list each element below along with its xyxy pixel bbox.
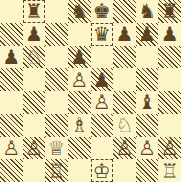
piece-white-knight[interactable]: ♘: [115, 115, 133, 135]
square-h7[interactable]: ♟: [158, 23, 181, 46]
square-e1[interactable]: ♔: [91, 159, 114, 182]
piece-white-pawn[interactable]: ♙: [2, 138, 20, 158]
square-g3[interactable]: [136, 114, 159, 137]
square-a1[interactable]: [0, 159, 23, 182]
square-f4[interactable]: [113, 91, 136, 114]
square-f1[interactable]: [113, 159, 136, 182]
piece-white-pawn[interactable]: ♙: [70, 70, 88, 90]
square-g2[interactable]: ♙: [136, 137, 159, 160]
piece-black-pawn[interactable]: ♟: [115, 24, 133, 44]
square-c1[interactable]: ♖: [45, 159, 68, 182]
square-e8[interactable]: ♚: [91, 0, 114, 23]
square-d1[interactable]: [68, 159, 91, 182]
piece-white-pawn[interactable]: ♙: [93, 92, 111, 112]
piece-white-king[interactable]: ♔: [93, 161, 111, 181]
piece-black-rook[interactable]: ♜: [161, 1, 179, 21]
piece-white-pawn[interactable]: ♙: [138, 138, 156, 158]
square-a7[interactable]: [0, 23, 23, 46]
square-a3[interactable]: [0, 114, 23, 137]
square-h4[interactable]: [158, 91, 181, 114]
square-e5[interactable]: ♟: [91, 68, 114, 91]
square-h5[interactable]: [158, 68, 181, 91]
piece-black-knight[interactable]: ♞: [70, 1, 88, 21]
square-h2[interactable]: ♙: [158, 137, 181, 160]
square-a5[interactable]: [0, 68, 23, 91]
piece-white-rook[interactable]: ♖: [161, 161, 179, 181]
square-d4[interactable]: [68, 91, 91, 114]
square-g6[interactable]: [136, 46, 159, 69]
square-d8[interactable]: ♞: [68, 0, 91, 23]
square-c5[interactable]: [45, 68, 68, 91]
square-b5[interactable]: [23, 68, 46, 91]
square-g1[interactable]: [136, 159, 159, 182]
square-d3[interactable]: ♗: [68, 114, 91, 137]
piece-black-rook[interactable]: ♜: [25, 1, 43, 21]
square-a6[interactable]: ♟: [0, 46, 23, 69]
square-b2[interactable]: ♙: [23, 137, 46, 160]
square-g7[interactable]: ♟: [136, 23, 159, 46]
square-b7[interactable]: ♟: [23, 23, 46, 46]
piece-white-bishop[interactable]: ♗: [70, 115, 88, 135]
square-g8[interactable]: ♞: [136, 0, 159, 23]
square-h8[interactable]: ♜: [158, 0, 181, 23]
square-e3[interactable]: [91, 114, 114, 137]
piece-white-pawn[interactable]: ♙: [25, 138, 43, 158]
square-b8[interactable]: ♜: [23, 0, 46, 23]
piece-black-king[interactable]: ♚: [93, 1, 111, 21]
piece-white-rook[interactable]: ♖: [48, 161, 66, 181]
square-c6[interactable]: [45, 46, 68, 69]
square-e2[interactable]: [91, 137, 114, 160]
square-f2[interactable]: ♙: [113, 137, 136, 160]
square-d6[interactable]: ♟: [68, 46, 91, 69]
square-h3[interactable]: [158, 114, 181, 137]
square-c4[interactable]: [45, 91, 68, 114]
square-h6[interactable]: [158, 46, 181, 69]
square-e4[interactable]: ♙: [91, 91, 114, 114]
square-g4[interactable]: ♝: [136, 91, 159, 114]
piece-black-pawn[interactable]: ♟: [93, 70, 111, 90]
square-c2[interactable]: ♕: [45, 137, 68, 160]
square-a8[interactable]: [0, 0, 23, 23]
square-d2[interactable]: [68, 137, 91, 160]
piece-black-pawn[interactable]: ♟: [161, 24, 179, 44]
square-c8[interactable]: [45, 0, 68, 23]
piece-black-knight[interactable]: ♞: [138, 1, 156, 21]
piece-black-bishop[interactable]: ♝: [138, 92, 156, 112]
square-b4[interactable]: [23, 91, 46, 114]
square-g5[interactable]: [136, 68, 159, 91]
square-f3[interactable]: ♘: [113, 114, 136, 137]
piece-black-pawn[interactable]: ♟: [25, 24, 43, 44]
square-d5[interactable]: ♙: [68, 68, 91, 91]
square-c7[interactable]: [45, 23, 68, 46]
square-e7[interactable]: ♛: [91, 23, 114, 46]
square-f8[interactable]: [113, 0, 136, 23]
square-a4[interactable]: [0, 91, 23, 114]
square-h1[interactable]: ♖: [158, 159, 181, 182]
piece-black-pawn[interactable]: ♟: [138, 24, 156, 44]
square-b6[interactable]: ♘: [23, 46, 46, 69]
square-e6[interactable]: [91, 46, 114, 69]
square-b3[interactable]: [23, 114, 46, 137]
square-a2[interactable]: ♙: [0, 137, 23, 160]
square-d7[interactable]: [68, 23, 91, 46]
square-f7[interactable]: ♟: [113, 23, 136, 46]
square-c3[interactable]: [45, 114, 68, 137]
piece-black-queen[interactable]: ♛: [93, 24, 111, 44]
square-b1[interactable]: [23, 159, 46, 182]
square-f5[interactable]: [113, 68, 136, 91]
piece-black-pawn[interactable]: ♟: [70, 47, 88, 67]
piece-white-pawn[interactable]: ♙: [115, 138, 133, 158]
square-f6[interactable]: [113, 46, 136, 69]
piece-white-queen[interactable]: ♕: [48, 138, 66, 158]
piece-white-knight[interactable]: ♘: [25, 47, 43, 67]
piece-black-pawn[interactable]: ♟: [2, 47, 20, 67]
piece-white-pawn[interactable]: ♙: [161, 138, 179, 158]
chess-board: ♜♞♚♞♜♟♛♟♟♟♟♘♟♙♟♙♝♗♘♙♙♕♙♙♙♖♔♖: [0, 0, 181, 182]
